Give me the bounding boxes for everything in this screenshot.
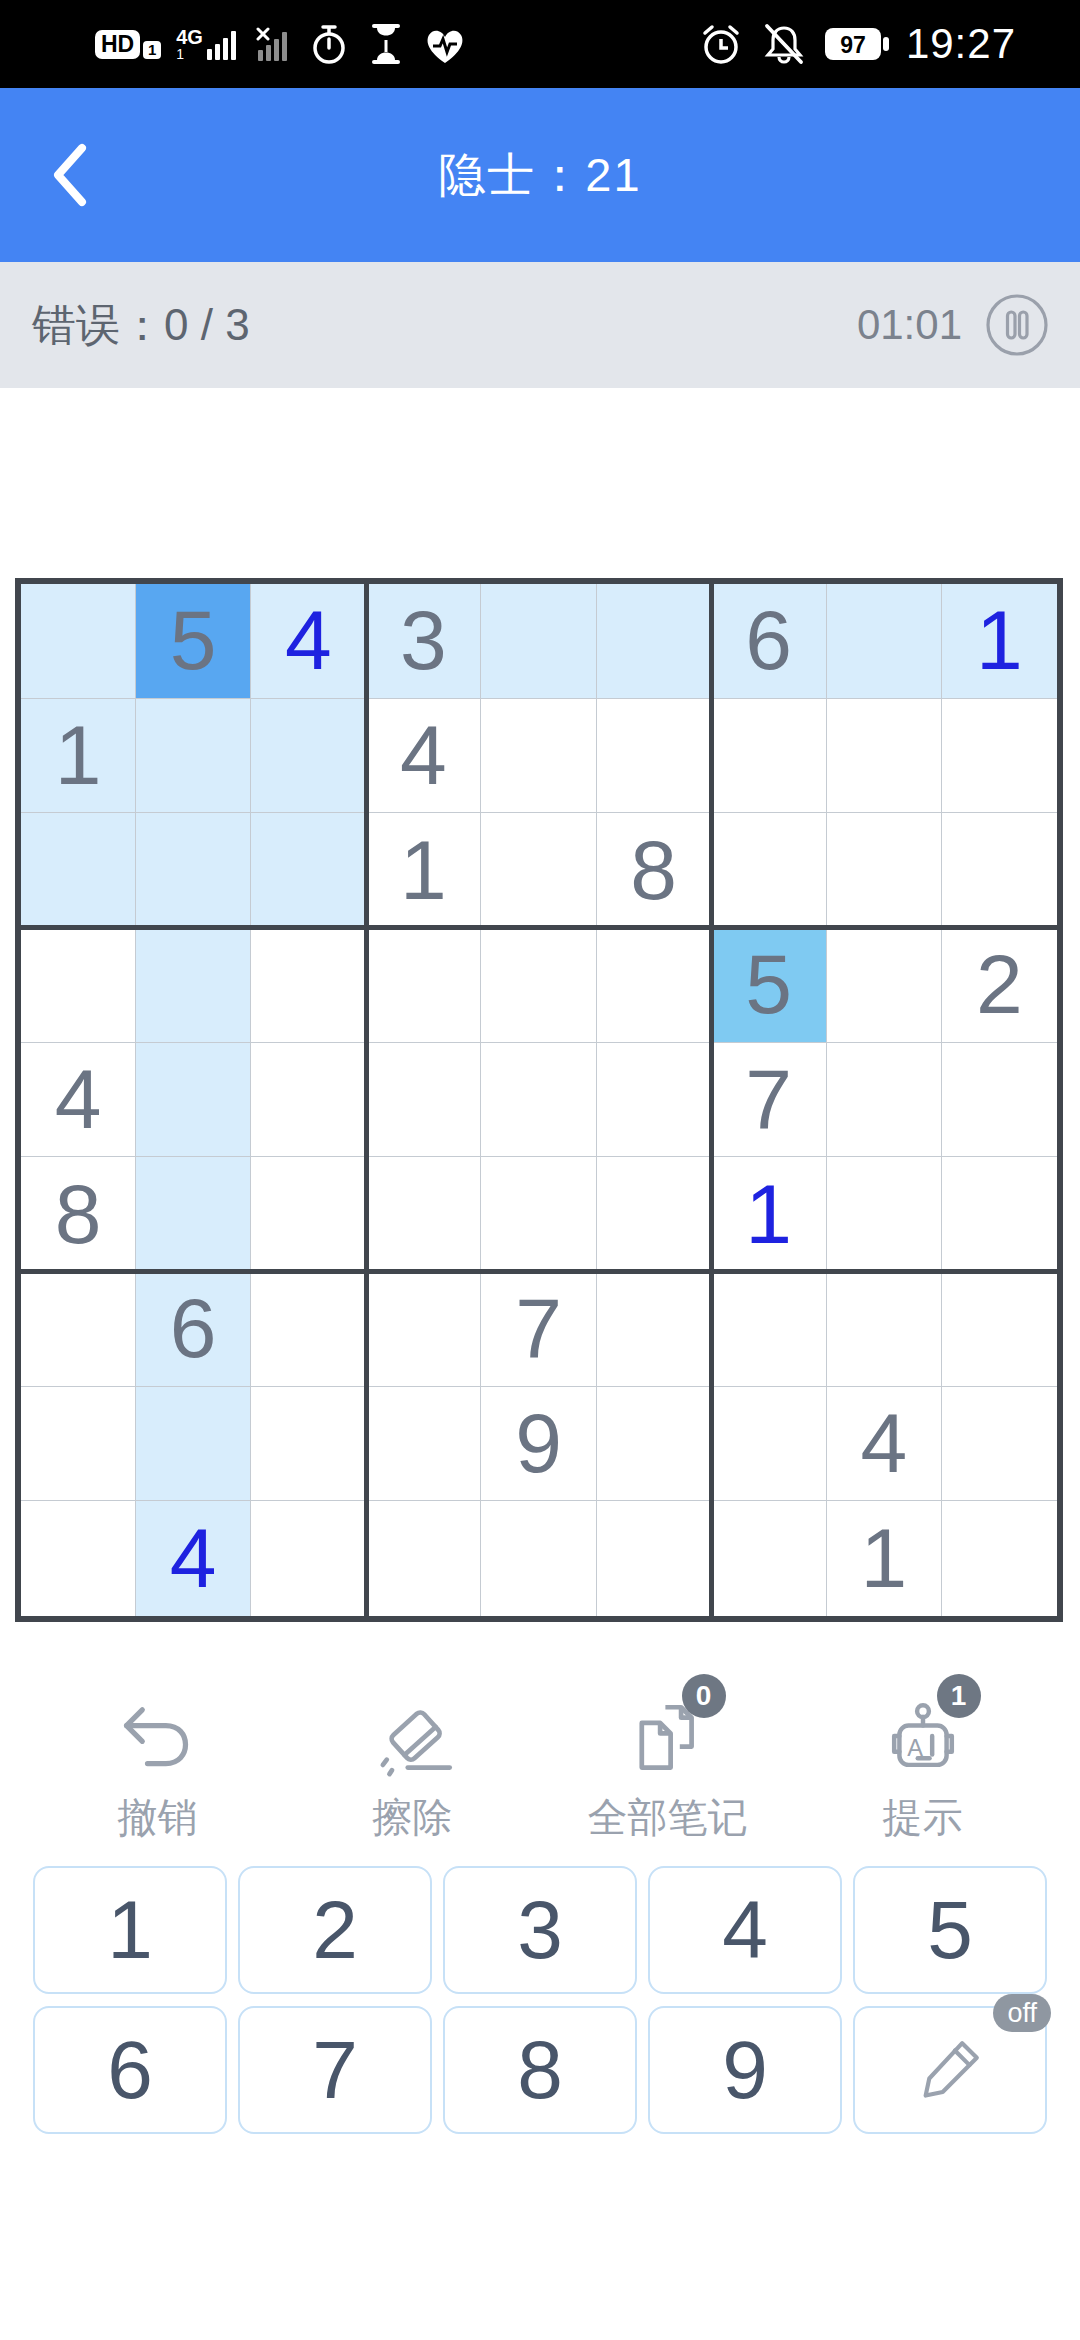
sudoku-cell-r6c4[interactable] (366, 1157, 481, 1272)
sudoku-cell-r1c6[interactable] (597, 584, 712, 699)
numpad-5[interactable]: 5 (853, 1866, 1047, 1994)
sudoku-app-screen: HD 1 4G 1 (0, 0, 1080, 2340)
pause-button[interactable] (984, 292, 1050, 358)
sudoku-cell-r5c1[interactable]: 4 (21, 1043, 136, 1158)
sudoku-cell-r3c9[interactable] (942, 813, 1057, 928)
sudoku-cell-r9c9[interactable] (942, 1501, 1057, 1616)
numpad-1[interactable]: 1 (33, 1866, 227, 1994)
mistakes-counter: 错误：0 / 3 (32, 296, 250, 355)
heart-rate-icon (421, 22, 469, 66)
numpad-4[interactable]: 4 (648, 1866, 842, 1994)
sudoku-cell-r5c2[interactable] (136, 1043, 251, 1158)
sudoku-cell-r1c1[interactable] (21, 584, 136, 699)
sudoku-cell-r7c6[interactable] (597, 1272, 712, 1387)
sudoku-cell-r2c4[interactable]: 4 (366, 699, 481, 814)
status-bar-right: 97 19:27 (697, 20, 1016, 68)
sudoku-cell-r5c5[interactable] (481, 1043, 596, 1158)
alarm-icon (697, 20, 745, 68)
sudoku-cell-r8c5[interactable]: 9 (481, 1387, 596, 1502)
sudoku-cell-r3c8[interactable] (827, 813, 942, 928)
sudoku-cell-r9c4[interactable] (366, 1501, 481, 1616)
hint-badge: 1 (937, 1674, 981, 1718)
sudoku-cell-r2c2[interactable] (136, 699, 251, 814)
status-bar-left: HD 1 4G 1 (95, 20, 469, 68)
sudoku-cell-r6c3[interactable] (251, 1157, 366, 1272)
sudoku-board[interactable]: 543611418524781679441 (15, 578, 1063, 1622)
undo-label: 撤销 (118, 1790, 198, 1845)
back-button[interactable] (48, 140, 92, 210)
sudoku-cell-r1c2[interactable]: 5 (136, 584, 251, 699)
sudoku-cell-r7c5[interactable]: 7 (481, 1272, 596, 1387)
sudoku-cell-r6c9[interactable] (942, 1157, 1057, 1272)
sudoku-cell-r4c9[interactable]: 2 (942, 928, 1057, 1043)
sudoku-cell-r4c7[interactable]: 5 (712, 928, 827, 1043)
sudoku-cell-r8c7[interactable] (712, 1387, 827, 1502)
sudoku-cell-r7c8[interactable] (827, 1272, 942, 1387)
pencil-off-badge: off (993, 1994, 1051, 2032)
clock-text: 19:27 (906, 20, 1016, 68)
sudoku-cell-r7c9[interactable] (942, 1272, 1057, 1387)
sudoku-cell-r5c4[interactable] (366, 1043, 481, 1158)
numpad-8[interactable]: 8 (443, 2006, 637, 2134)
numpad-6[interactable]: 6 (33, 2006, 227, 2134)
all-notes-button[interactable]: 0 全部笔记 (568, 1686, 768, 1845)
sudoku-cell-r6c5[interactable] (481, 1157, 596, 1272)
sudoku-cell-r3c2[interactable] (136, 813, 251, 928)
sudoku-cell-r6c8[interactable] (827, 1157, 942, 1272)
undo-button[interactable]: 撤销 (58, 1686, 258, 1845)
erase-button[interactable]: 擦除 (313, 1686, 513, 1845)
sudoku-cell-r9c6[interactable] (597, 1501, 712, 1616)
all-notes-label: 全部笔记 (588, 1790, 748, 1845)
sudoku-cell-r9c5[interactable] (481, 1501, 596, 1616)
pause-icon (1008, 312, 1016, 338)
sudoku-cell-r1c8[interactable] (827, 584, 942, 699)
sudoku-cell-r8c9[interactable] (942, 1387, 1057, 1502)
chevron-left-icon (58, 148, 82, 202)
hd-icon: HD 1 (95, 30, 161, 59)
sim1-signal-icon: 4G 1 (176, 27, 241, 61)
timer: 01:01 (857, 301, 962, 349)
hint-robot-icon: A 1 (881, 1686, 965, 1778)
pencil-toggle-button[interactable]: off (853, 2006, 1047, 2134)
sim2-no-signal-icon (256, 26, 292, 62)
sudoku-cell-r9c8[interactable]: 1 (827, 1501, 942, 1616)
sudoku-cell-r5c6[interactable] (597, 1043, 712, 1158)
sudoku-cell-r9c1[interactable] (21, 1501, 136, 1616)
svg-text:A: A (907, 1735, 923, 1761)
info-bar: 错误：0 / 3 01:01 (0, 262, 1080, 388)
sudoku-cell-r4c6[interactable] (597, 928, 712, 1043)
numpad-2[interactable]: 2 (238, 1866, 432, 1994)
sudoku-cell-r6c6[interactable] (597, 1157, 712, 1272)
sudoku-cell-r3c6[interactable]: 8 (597, 813, 712, 928)
sudoku-cell-r8c3[interactable] (251, 1387, 366, 1502)
sudoku-cell-r8c4[interactable] (366, 1387, 481, 1502)
sudoku-cell-r1c3[interactable]: 4 (251, 584, 366, 699)
sudoku-cell-r2c5[interactable] (481, 699, 596, 814)
sudoku-cell-r2c8[interactable] (827, 699, 942, 814)
sudoku-cell-r2c6[interactable] (597, 699, 712, 814)
numpad-3[interactable]: 3 (443, 1866, 637, 1994)
sudoku-cell-r5c3[interactable] (251, 1043, 366, 1158)
notes-pages-icon: 0 (626, 1686, 710, 1778)
numpad-7[interactable]: 7 (238, 2006, 432, 2134)
sudoku-cell-r3c1[interactable] (21, 813, 136, 928)
mute-icon (760, 20, 808, 68)
hint-button[interactable]: A 1 提示 (823, 1686, 1023, 1845)
hint-label: 提示 (883, 1790, 963, 1845)
sudoku-cell-r7c1[interactable] (21, 1272, 136, 1387)
toolbar: 撤销 擦除 (0, 1686, 1080, 1856)
sudoku-cell-r3c5[interactable] (481, 813, 596, 928)
sudoku-cell-r6c2[interactable] (136, 1157, 251, 1272)
sudoku-cell-r8c1[interactable] (21, 1387, 136, 1502)
sudoku-cell-r4c2[interactable] (136, 928, 251, 1043)
sudoku-cell-r7c4[interactable] (366, 1272, 481, 1387)
sudoku-cell-r4c4[interactable] (366, 928, 481, 1043)
sudoku-cell-r8c6[interactable] (597, 1387, 712, 1502)
number-pad: 1 2 3 4 5 6 7 8 9 off (33, 1866, 1047, 2134)
stopwatch-icon (307, 20, 351, 68)
box-divider-horizontal-1 (21, 925, 1057, 930)
sudoku-cell-r6c7[interactable]: 1 (712, 1157, 827, 1272)
sudoku-cell-r1c7[interactable]: 6 (712, 584, 827, 699)
status-bar: HD 1 4G 1 (0, 0, 1080, 88)
sudoku-cell-r3c7[interactable] (712, 813, 827, 928)
sudoku-cell-r2c9[interactable] (942, 699, 1057, 814)
box-divider-vertical-2 (709, 584, 714, 1616)
battery-percent: 97 (840, 32, 866, 58)
sudoku-cell-r9c2[interactable]: 4 (136, 1501, 251, 1616)
sudoku-cell-r7c2[interactable]: 6 (136, 1272, 251, 1387)
erase-label: 擦除 (373, 1790, 453, 1845)
notes-badge: 0 (682, 1674, 726, 1718)
sudoku-cell-r9c3[interactable] (251, 1501, 366, 1616)
sudoku-cell-r5c9[interactable] (942, 1043, 1057, 1158)
pencil-icon (911, 2031, 989, 2109)
sudoku-grid[interactable]: 543611418524781679441 (21, 584, 1057, 1616)
hourglass-icon (366, 20, 406, 68)
page-title: 隐士：21 (438, 144, 641, 207)
sudoku-cell-r9c7[interactable] (712, 1501, 827, 1616)
eraser-icon (371, 1686, 455, 1778)
battery-icon: 97 (823, 24, 891, 64)
sudoku-cell-r2c7[interactable] (712, 699, 827, 814)
sudoku-cell-r3c4[interactable]: 1 (366, 813, 481, 928)
sudoku-cell-r3c3[interactable] (251, 813, 366, 928)
box-divider-vertical-1 (364, 584, 369, 1616)
sudoku-cell-r4c3[interactable] (251, 928, 366, 1043)
sudoku-cell-r7c7[interactable] (712, 1272, 827, 1387)
header: 隐士：21 (0, 88, 1080, 262)
sudoku-cell-r1c9[interactable]: 1 (942, 584, 1057, 699)
undo-icon (116, 1686, 200, 1778)
sudoku-cell-r8c2[interactable] (136, 1387, 251, 1502)
sudoku-cell-r1c5[interactable] (481, 584, 596, 699)
sudoku-cell-r7c3[interactable] (251, 1272, 366, 1387)
numpad-9[interactable]: 9 (648, 2006, 842, 2134)
sudoku-cell-r5c8[interactable] (827, 1043, 942, 1158)
sudoku-cell-r6c1[interactable]: 8 (21, 1157, 136, 1272)
sudoku-cell-r1c4[interactable]: 3 (366, 584, 481, 699)
box-divider-horizontal-2 (21, 1269, 1057, 1274)
sudoku-cell-r2c1[interactable]: 1 (21, 699, 136, 814)
sudoku-cell-r8c8[interactable]: 4 (827, 1387, 942, 1502)
sudoku-cell-r4c8[interactable] (827, 928, 942, 1043)
sudoku-cell-r4c5[interactable] (481, 928, 596, 1043)
sudoku-cell-r2c3[interactable] (251, 699, 366, 814)
sudoku-cell-r5c7[interactable]: 7 (712, 1043, 827, 1158)
sudoku-cell-r4c1[interactable] (21, 928, 136, 1043)
